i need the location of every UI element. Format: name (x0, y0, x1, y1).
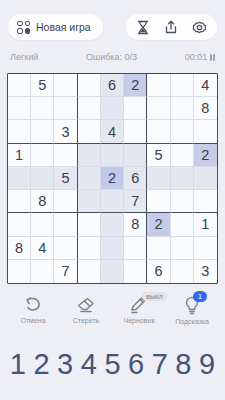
sudoku-cell-r5c5[interactable]: 2 (101, 167, 124, 190)
numpad-key-5[interactable]: 5 (101, 344, 123, 384)
notes-off-badge: ВЫКЛ (142, 292, 167, 301)
apps-grid-icon (17, 21, 30, 34)
difficulty-label[interactable]: Легкий (10, 52, 38, 62)
sudoku-cell-r8c6[interactable] (124, 237, 147, 260)
eraser-icon (75, 296, 97, 314)
sudoku-cell-r2c2[interactable] (31, 97, 54, 120)
sudoku-cell-r7c7[interactable]: 2 (147, 213, 170, 236)
sudoku-cell-r1c3[interactable] (54, 74, 77, 97)
sudoku-cell-r8c3[interactable] (54, 237, 77, 260)
sudoku-cell-r2c9[interactable]: 8 (194, 97, 217, 120)
sudoku-cell-r8c9[interactable] (194, 237, 217, 260)
sudoku-cell-r4c8[interactable] (171, 144, 194, 167)
sudoku-cell-r6c8[interactable] (171, 190, 194, 213)
sudoku-cell-r7c9[interactable]: 1 (194, 213, 217, 236)
sudoku-cell-r1c7[interactable] (147, 74, 170, 97)
numpad-key-3[interactable]: 3 (54, 344, 76, 384)
sudoku-cell-r1c9[interactable]: 4 (194, 74, 217, 97)
sudoku-cell-r5c3[interactable]: 5 (54, 167, 77, 190)
game-toolbar: Отмена Стереть ВЫКЛ Черновик 1 Подсказка (0, 296, 225, 325)
notes-label: Черновик (124, 317, 155, 324)
timer: 00:01 (185, 52, 215, 62)
sudoku-cell-r4c6[interactable] (124, 144, 147, 167)
top-bar: Новая игра (0, 14, 225, 40)
sudoku-cell-r6c3[interactable] (54, 190, 77, 213)
sudoku-cell-r7c8[interactable] (171, 213, 194, 236)
numpad-key-1[interactable]: 1 (7, 344, 29, 384)
undo-icon (22, 296, 44, 314)
sudoku-cell-r5c7[interactable] (147, 167, 170, 190)
numpad-key-9[interactable]: 9 (196, 344, 218, 384)
sudoku-cell-r3c6[interactable] (124, 120, 147, 143)
hint-label: Подсказка (175, 318, 209, 325)
sudoku-cell-r6c9[interactable] (194, 190, 217, 213)
sudoku-cell-r9c2[interactable] (31, 260, 54, 283)
sudoku-cell-r9c9[interactable]: 3 (194, 260, 217, 283)
sudoku-cell-r3c3[interactable]: 3 (54, 120, 77, 143)
sudoku-cell-r1c6[interactable]: 2 (124, 74, 147, 97)
pause-icon[interactable] (210, 54, 215, 61)
sudoku-cell-r8c4[interactable] (78, 237, 101, 260)
sudoku-cell-r4c2[interactable] (31, 144, 54, 167)
sudoku-cell-r9c8[interactable] (171, 260, 194, 283)
sudoku-cell-r9c1[interactable] (8, 260, 31, 283)
new-game-label: Новая игра (36, 21, 91, 33)
sudoku-cell-r5c2[interactable] (31, 167, 54, 190)
sudoku-cell-r9c5[interactable] (101, 260, 124, 283)
sudoku-cell-r2c7[interactable] (147, 97, 170, 120)
new-game-button[interactable]: Новая игра (8, 14, 103, 40)
sudoku-cell-r2c4[interactable] (78, 97, 101, 120)
number-pad: 123456789 (0, 344, 225, 384)
settings-icon[interactable] (192, 20, 207, 35)
mistakes-counter: Ошибка: 0/3 (86, 52, 137, 62)
sudoku-cell-r8c1[interactable]: 8 (8, 237, 31, 260)
sudoku-board: 56248341525268782184763 (7, 73, 218, 284)
sudoku-cell-r5c8[interactable] (171, 167, 194, 190)
sudoku-cell-r2c5[interactable] (101, 97, 124, 120)
sudoku-cell-r3c2[interactable] (31, 120, 54, 143)
undo-button[interactable]: Отмена (12, 296, 54, 325)
sudoku-cell-r6c5[interactable] (101, 190, 124, 213)
sudoku-cell-r7c1[interactable] (8, 213, 31, 236)
timer-value: 00:01 (185, 52, 208, 62)
sudoku-cell-r7c2[interactable] (31, 213, 54, 236)
sudoku-cell-r4c7[interactable]: 5 (147, 144, 170, 167)
sudoku-cell-r8c8[interactable] (171, 237, 194, 260)
sudoku-cell-r4c9[interactable]: 2 (194, 144, 217, 167)
sudoku-cell-r5c9[interactable] (194, 167, 217, 190)
numpad-key-8[interactable]: 8 (172, 344, 194, 384)
sudoku-cell-r3c7[interactable] (147, 120, 170, 143)
sudoku-cell-r8c5[interactable] (101, 237, 124, 260)
undo-label: Отмена (20, 317, 45, 324)
sudoku-cell-r2c1[interactable] (8, 97, 31, 120)
sudoku-cell-r3c4[interactable] (78, 120, 101, 143)
sudoku-cell-r1c2[interactable]: 5 (31, 74, 54, 97)
sudoku-cell-r9c4[interactable] (78, 260, 101, 283)
sudoku-cell-r3c9[interactable] (194, 120, 217, 143)
sudoku-cell-r7c3[interactable] (54, 213, 77, 236)
sudoku-cell-r9c3[interactable]: 7 (54, 260, 77, 283)
share-icon[interactable] (164, 20, 178, 35)
sudoku-cell-r5c4[interactable] (78, 167, 101, 190)
sudoku-cell-r1c4[interactable] (78, 74, 101, 97)
hint-button[interactable]: 1 Подсказка (171, 296, 213, 325)
sudoku-cell-r6c6[interactable]: 7 (124, 190, 147, 213)
sudoku-cell-r6c2[interactable]: 8 (31, 190, 54, 213)
sudoku-cell-r4c5[interactable] (101, 144, 124, 167)
sudoku-cell-r3c8[interactable] (171, 120, 194, 143)
sudoku-cell-r4c4[interactable] (78, 144, 101, 167)
hint-count-badge: 1 (193, 291, 207, 302)
sudoku-cell-r7c4[interactable] (78, 213, 101, 236)
sudoku-cell-r4c1[interactable]: 1 (8, 144, 31, 167)
sudoku-cell-r9c7[interactable]: 6 (147, 260, 170, 283)
sudoku-cell-r9c6[interactable] (124, 260, 147, 283)
sudoku-cell-r8c2[interactable]: 4 (31, 237, 54, 260)
erase-button[interactable]: Стереть (65, 296, 107, 325)
numpad-key-2[interactable]: 2 (30, 344, 52, 384)
sudoku-cell-r1c5[interactable]: 6 (101, 74, 124, 97)
sudoku-cell-r3c5[interactable]: 4 (101, 120, 124, 143)
sudoku-cell-r8c7[interactable] (147, 237, 170, 260)
numpad-key-4[interactable]: 4 (78, 344, 100, 384)
sudoku-cell-r6c4[interactable] (78, 190, 101, 213)
sudoku-cell-r2c8[interactable] (171, 97, 194, 120)
top-icon-bar (126, 14, 217, 40)
sudoku-cell-r7c6[interactable]: 8 (124, 213, 147, 236)
sudoku-cell-r6c1[interactable] (8, 190, 31, 213)
sudoku-cell-r5c1[interactable] (8, 167, 31, 190)
sudoku-cell-r7c5[interactable] (101, 213, 124, 236)
sudoku-cell-r2c3[interactable] (54, 97, 77, 120)
numpad-key-7[interactable]: 7 (149, 344, 171, 384)
sudoku-cell-r2c6[interactable] (124, 97, 147, 120)
sudoku-cell-r1c8[interactable] (171, 74, 194, 97)
hourglass-icon[interactable] (136, 20, 150, 35)
erase-label: Стереть (73, 317, 99, 324)
sudoku-cell-r5c6[interactable]: 6 (124, 167, 147, 190)
sudoku-cell-r6c7[interactable] (147, 190, 170, 213)
sudoku-cell-r1c1[interactable] (8, 74, 31, 97)
numpad-key-6[interactable]: 6 (125, 344, 147, 384)
sudoku-cell-r4c3[interactable] (54, 144, 77, 167)
sudoku-cell-r3c1[interactable] (8, 120, 31, 143)
status-bar: Легкий Ошибка: 0/3 00:01 (0, 52, 225, 62)
notes-button[interactable]: ВЫКЛ Черновик (118, 296, 160, 325)
